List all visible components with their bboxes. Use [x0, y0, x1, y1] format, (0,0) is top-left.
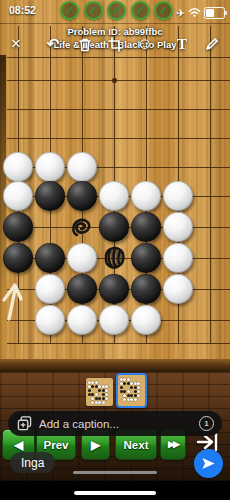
play-icon: ▶ [91, 439, 100, 451]
trash-icon[interactable] [75, 32, 95, 56]
mini-stone [105, 393, 108, 396]
white-stone[interactable] [67, 305, 97, 335]
white-stone[interactable] [163, 181, 193, 211]
black-stone[interactable] [3, 243, 33, 273]
mini-stone [95, 381, 98, 384]
mini-stone [88, 389, 91, 392]
paper-plane-icon [201, 456, 216, 471]
back-arrow-icon: ◀ [14, 439, 23, 451]
mini-stone [137, 394, 140, 397]
black-stone[interactable] [99, 274, 129, 304]
undo-icon[interactable]: ↶ [43, 32, 63, 56]
next-button-label: Next [124, 439, 149, 451]
drawn-arrow [1, 280, 27, 326]
mini-stone [91, 397, 94, 400]
mini-stone [123, 398, 126, 401]
mini-stone [98, 397, 101, 400]
mini-stone [98, 401, 101, 404]
pen-scribble [100, 245, 128, 275]
black-stone[interactable] [131, 274, 161, 304]
mini-stone [91, 393, 94, 396]
white-stone[interactable] [131, 181, 161, 211]
header-divider [0, 23, 230, 24]
white-stone[interactable] [67, 152, 97, 182]
mini-stone [123, 378, 126, 381]
mini-stone [98, 385, 101, 388]
black-stone[interactable] [67, 181, 97, 211]
fast-forward-icon: ▶▶ [168, 440, 178, 449]
media-thumbnail[interactable] [86, 378, 113, 406]
mini-stone [134, 398, 137, 401]
black-stone[interactable] [35, 181, 65, 211]
media-scrubber-handle[interactable] [73, 471, 157, 474]
black-stone[interactable] [35, 243, 65, 273]
mini-stone [91, 381, 94, 384]
white-stone[interactable] [131, 305, 161, 335]
mini-stone [137, 382, 140, 385]
white-stone[interactable] [99, 181, 129, 211]
mini-stone [137, 386, 140, 389]
wifi-icon [188, 4, 201, 22]
mini-stone [123, 390, 126, 393]
white-stone[interactable] [163, 243, 193, 273]
white-stone[interactable] [67, 243, 97, 273]
airplane-mode-icon: ✈ [176, 7, 185, 20]
grid-line-horizontal [7, 109, 230, 110]
caption-input[interactable]: Add a caption... 1 [8, 411, 222, 436]
sticker-emoji-icon[interactable]: ☺ [135, 32, 155, 56]
home-indicator[interactable] [74, 491, 156, 495]
grid-line-vertical [210, 26, 211, 343]
mini-stone [120, 386, 123, 389]
battery-icon [204, 7, 225, 19]
mini-stone [105, 397, 108, 400]
white-stone[interactable] [3, 181, 33, 211]
grid-line-horizontal [7, 138, 230, 139]
status-bar: 08:52 ✈ [0, 0, 230, 22]
mini-stone [91, 401, 94, 404]
send-button[interactable] [194, 449, 223, 478]
white-stone[interactable] [35, 305, 65, 335]
mini-stone [102, 401, 105, 404]
star-point [112, 78, 117, 83]
black-stone[interactable] [67, 274, 97, 304]
white-stone[interactable] [35, 274, 65, 304]
board-front-wood [0, 343, 230, 359]
mini-stone [98, 389, 101, 392]
board-side-edge [0, 359, 230, 372]
add-media-icon[interactable] [17, 416, 32, 431]
recipient-name: Inga [21, 456, 44, 470]
white-stone[interactable] [163, 274, 193, 304]
mini-stone [130, 398, 133, 401]
black-stone[interactable] [131, 243, 161, 273]
image-editor-toolbar: × ↶ ☺ T [0, 32, 230, 56]
text-tool-icon[interactable]: T [172, 32, 192, 56]
mini-stone [130, 386, 133, 389]
mini-stone [127, 378, 130, 381]
crop-rotate-icon[interactable] [105, 32, 125, 56]
caption-placeholder: Add a caption... [39, 418, 199, 430]
phone-screen: ✓✓✓✓✓ 08:52 ✈ Problem ID: ab99ffbc Life … [0, 0, 230, 500]
mini-stone [123, 394, 126, 397]
mini-stone [123, 382, 126, 385]
close-icon[interactable]: × [6, 32, 26, 56]
mini-stone [130, 382, 133, 385]
pen-scribble [69, 216, 95, 244]
grid-line-horizontal [7, 57, 230, 58]
white-stone[interactable] [35, 152, 65, 182]
mini-stone [105, 389, 108, 392]
white-stone[interactable] [99, 305, 129, 335]
black-stone[interactable] [3, 212, 33, 242]
mini-stone [127, 390, 130, 393]
black-stone[interactable] [99, 212, 129, 242]
clock-time: 08:52 [9, 4, 36, 16]
mini-stone [95, 393, 98, 396]
mini-stone [137, 390, 140, 393]
mini-stone [105, 385, 108, 388]
pencil-draw-icon[interactable] [202, 32, 222, 56]
view-once-icon[interactable]: 1 [199, 416, 214, 431]
black-stone[interactable] [131, 212, 161, 242]
media-thumbnail-selected[interactable] [116, 373, 147, 408]
grid-line-horizontal [7, 80, 230, 81]
mini-stone [130, 394, 133, 397]
white-stone[interactable] [163, 212, 193, 242]
mini-stone [91, 385, 94, 388]
white-stone[interactable] [3, 152, 33, 182]
board-left-edge [0, 55, 6, 305]
recipient-chip: Inga [10, 452, 55, 473]
prev-button-label: Prev [44, 439, 69, 451]
